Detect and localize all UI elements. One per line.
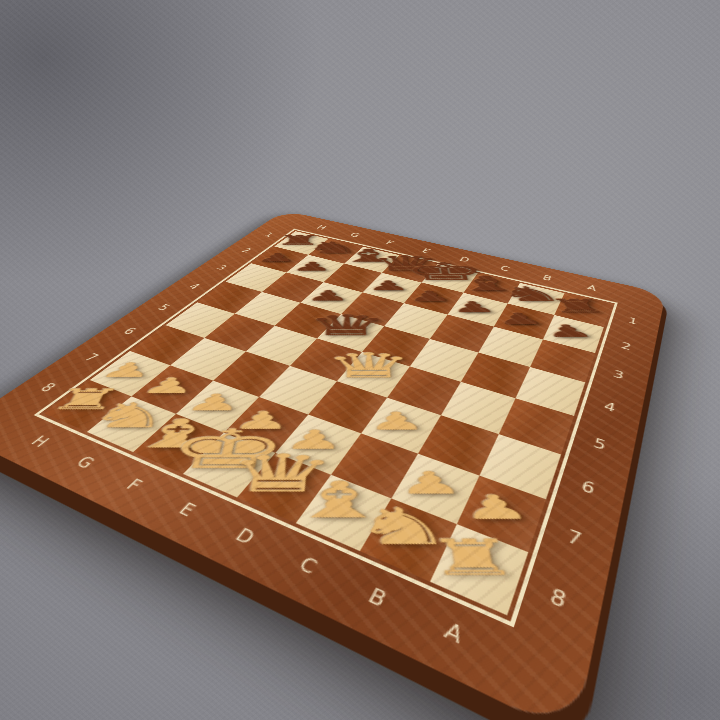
square-f8[interactable] xyxy=(133,414,224,474)
pawn-glyph: ♟ xyxy=(541,323,597,340)
photo-scene: 1122334455667788HHGGFFEEDDCCBBAA ♜♞♝♛♚♝♞… xyxy=(0,0,720,720)
rank-label-right-6: 6 xyxy=(546,454,628,525)
rank-label-right-4: 4 xyxy=(574,382,644,434)
square-a7[interactable] xyxy=(457,476,546,553)
square-c7[interactable] xyxy=(331,433,418,498)
square-b8[interactable] xyxy=(360,498,457,581)
square-a8[interactable] xyxy=(430,524,528,615)
square-a4[interactable] xyxy=(516,367,586,416)
square-a5[interactable] xyxy=(499,398,574,454)
rank-label-right-5: 5 xyxy=(561,416,637,477)
square-b7[interactable] xyxy=(391,454,479,524)
chess-board[interactable]: 1122334455667788HHGGFFEEDDCCBBAA ♜♞♝♛♚♝♞… xyxy=(0,211,666,720)
square-c8[interactable] xyxy=(296,475,391,551)
file-label-near-G: G xyxy=(36,432,134,497)
square-b4[interactable] xyxy=(461,353,530,399)
square-d8[interactable] xyxy=(237,453,331,523)
square-a6[interactable] xyxy=(479,434,561,499)
rank-label-right-3: 3 xyxy=(585,353,650,399)
square-e8[interactable] xyxy=(183,433,275,498)
